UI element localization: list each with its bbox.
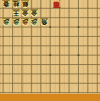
hoshi-dot [49,54,51,56]
piece-kanji: 歩 [3,19,9,25]
piece-kanji: 王 [12,9,18,15]
hoshi-dot [49,26,51,28]
piece-kanji: 龍 [54,1,60,7]
piece-kanji: 歩 [31,19,37,25]
piece-kanji: 金 [31,9,37,15]
shogi-board[interactable]: 香桂銀龍王金金歩歩歩歩角 [0,0,100,94]
piece-kanji: 桂 [12,0,18,6]
piece-kanji: 金 [22,9,28,15]
shogi-piece-dragon-4a[interactable]: 龍 [53,0,61,8]
piece-kanji: 歩 [12,19,18,25]
piece-kanji: 角 [41,19,47,25]
piece-kanji: 歩 [22,19,28,25]
hoshi-dot [77,26,79,28]
app-window: 香桂銀龍王金金歩歩歩歩角 [0,0,100,100]
hoshi-dot [77,54,79,56]
piece-kanji: 銀 [22,0,28,6]
piece-kanji: 香 [3,0,9,6]
window-background [0,94,100,101]
